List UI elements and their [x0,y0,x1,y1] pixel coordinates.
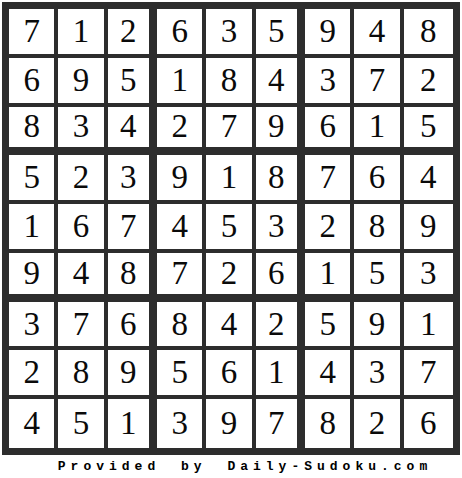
cell-r3c4: 2 [157,107,206,156]
cell-r7c9: 1 [404,302,453,351]
cell-r1c6: 5 [256,9,305,58]
cell-r8c8: 3 [354,350,403,399]
cell-r3c9: 5 [404,107,453,156]
cell-r1c2: 1 [58,9,107,58]
cell-r2c8: 7 [354,58,403,107]
cell-r8c3: 9 [108,350,157,399]
cell-r1c1: 7 [9,9,58,58]
cell-r2c5: 8 [206,58,255,107]
cell-r7c5: 4 [206,302,255,351]
cell-r9c3: 1 [108,399,157,448]
cell-r2c2: 9 [58,58,107,107]
cell-r3c6: 9 [256,107,305,156]
cell-r4c4: 9 [157,155,206,204]
cell-r8c7: 4 [305,350,354,399]
cell-r7c7: 5 [305,302,354,351]
cell-r1c3: 2 [108,9,157,58]
cell-r8c6: 1 [256,350,305,399]
cell-r2c1: 6 [9,58,58,107]
cell-r2c6: 4 [256,58,305,107]
cell-r8c9: 7 [404,350,453,399]
cell-r7c2: 7 [58,302,107,351]
cell-r4c6: 8 [256,155,305,204]
cell-r3c1: 8 [9,107,58,156]
cell-r1c7: 9 [305,9,354,58]
cell-r4c9: 4 [404,155,453,204]
cell-r9c9: 6 [404,399,453,448]
cell-r2c7: 3 [305,58,354,107]
cell-r1c9: 8 [404,9,453,58]
cell-r9c8: 2 [354,399,403,448]
cell-r6c4: 7 [157,253,206,302]
cell-r5c9: 9 [404,204,453,253]
sudoku-page: 7126359486951843728342796155239187641674… [0,2,462,478]
cell-r6c7: 1 [305,253,354,302]
cell-r6c8: 5 [354,253,403,302]
cell-r3c7: 6 [305,107,354,156]
cell-r5c5: 5 [206,204,255,253]
cell-r6c1: 9 [9,253,58,302]
cell-r7c1: 3 [9,302,58,351]
cell-r4c7: 7 [305,155,354,204]
cell-r1c4: 6 [157,9,206,58]
cell-r4c8: 6 [354,155,403,204]
cell-r5c7: 2 [305,204,354,253]
cell-r4c1: 5 [9,155,58,204]
credit-text: Provided by Daily-Sudoku.com [0,455,462,478]
cell-r8c5: 6 [206,350,255,399]
cell-r2c9: 2 [404,58,453,107]
cell-r9c5: 9 [206,399,255,448]
cell-r2c3: 5 [108,58,157,107]
cell-r6c5: 2 [206,253,255,302]
cell-r9c7: 8 [305,399,354,448]
cell-r3c2: 3 [58,107,107,156]
cell-r7c6: 2 [256,302,305,351]
cell-r5c2: 6 [58,204,107,253]
cell-r4c3: 3 [108,155,157,204]
cell-r9c4: 3 [157,399,206,448]
cell-r1c8: 4 [354,9,403,58]
cell-r4c2: 2 [58,155,107,204]
cell-r7c3: 6 [108,302,157,351]
cell-r3c8: 1 [354,107,403,156]
sudoku-board: 7126359486951843728342796155239187641674… [2,2,460,455]
cell-r5c3: 7 [108,204,157,253]
cell-r6c9: 3 [404,253,453,302]
cell-r7c8: 9 [354,302,403,351]
cell-r8c4: 5 [157,350,206,399]
cell-r5c4: 4 [157,204,206,253]
cell-r9c2: 5 [58,399,107,448]
cell-r5c1: 1 [9,204,58,253]
cell-r4c5: 1 [206,155,255,204]
cell-r9c1: 4 [9,399,58,448]
cell-r3c5: 7 [206,107,255,156]
cell-r6c2: 4 [58,253,107,302]
cell-r9c6: 7 [256,399,305,448]
cell-r3c3: 4 [108,107,157,156]
cell-r8c2: 8 [58,350,107,399]
cell-r5c8: 8 [354,204,403,253]
cell-r6c6: 6 [256,253,305,302]
cell-r8c1: 2 [9,350,58,399]
cell-r1c5: 3 [206,9,255,58]
cell-r2c4: 1 [157,58,206,107]
cell-r6c3: 8 [108,253,157,302]
cell-r7c4: 8 [157,302,206,351]
cell-r5c6: 3 [256,204,305,253]
